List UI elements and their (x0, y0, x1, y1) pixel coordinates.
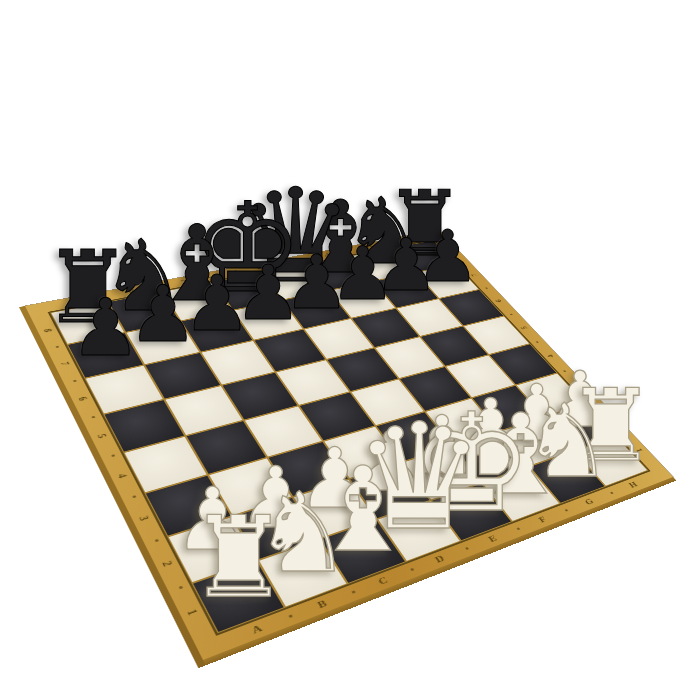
piece-black-pawn-a7[interactable]: ♟ (70, 287, 141, 366)
piece-white-rook-a1[interactable]: ♜ (188, 500, 289, 612)
chessboard-scene: AA11BB22CC33DD44EE55FF66GG77HH88 ♜♞♝♚♛♝♞… (0, 0, 700, 700)
